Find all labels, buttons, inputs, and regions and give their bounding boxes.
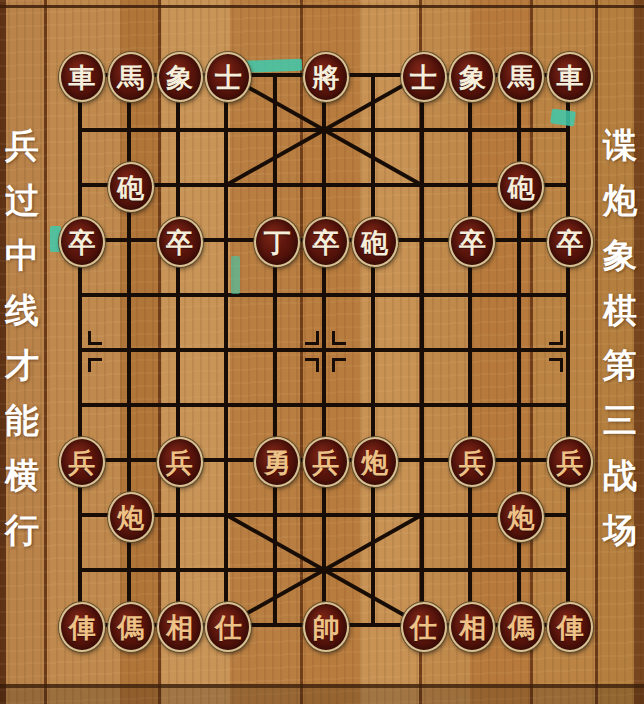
piece-glyph: 兵 [557,449,584,476]
point-marker [305,358,319,372]
point-marker [332,358,346,372]
piece-glyph: 象 [459,64,486,91]
margin-char: 线 [0,283,44,338]
piece-glyph: 卒 [166,229,193,256]
piece-glyph: 傌 [508,614,535,641]
point-marker [332,331,346,345]
margin-char: 三 [598,393,642,448]
piece-glyph: 砲 [117,174,144,201]
piece-red-chariot[interactable]: 俥 [59,602,105,652]
piece-glyph: 兵 [313,449,340,476]
piece-black-cannon[interactable]: 砲 [352,217,398,267]
piece-glyph: 仕 [410,614,437,641]
piece-glyph: 砲 [508,174,535,201]
piece-glyph: 象 [166,64,193,91]
piece-glyph: 馬 [117,64,144,91]
piece-glyph: 炮 [361,449,388,476]
right-margin-text: 谍炮象棋第三战场 [598,118,642,558]
piece-red-yong[interactable]: 勇 [254,437,300,487]
piece-red-soldier[interactable]: 兵 [303,437,349,487]
piece-black-chariot[interactable]: 車 [547,52,593,102]
margin-char: 行 [0,503,44,558]
margin-char: 中 [0,228,44,283]
piece-red-advisor[interactable]: 仕 [401,602,447,652]
left-margin-text: 兵过中线才能横行 [0,118,44,558]
piece-glyph: 俥 [69,614,96,641]
margin-char: 第 [598,338,642,393]
piece-glyph: 砲 [361,229,388,256]
point-marker [88,331,102,345]
piece-glyph: 炮 [508,504,535,531]
damage-patch [550,108,576,126]
xiangqi-variant-board: 兵过中线才能横行 谍炮象棋第三战场 車馬象士將士象馬車砲砲卒卒丁卒砲卒卒兵兵勇兵… [0,0,644,704]
piece-black-general[interactable]: 將 [303,52,349,102]
palace-diagonals [0,0,644,704]
piece-glyph: 士 [410,64,437,91]
margin-char: 炮 [598,173,642,228]
piece-red-soldier[interactable]: 兵 [157,437,203,487]
margin-char: 棋 [598,283,642,338]
damage-patch [231,256,240,294]
piece-red-cannon[interactable]: 炮 [352,437,398,487]
margin-char: 象 [598,228,642,283]
piece-black-horse[interactable]: 馬 [498,52,544,102]
piece-glyph: 車 [557,64,584,91]
piece-glyph: 相 [166,614,193,641]
piece-glyph: 卒 [313,229,340,256]
margin-char: 横 [0,448,44,503]
point-marker [88,358,102,372]
piece-black-ding[interactable]: 丁 [254,217,300,267]
piece-black-soldier[interactable]: 卒 [303,217,349,267]
piece-glyph: 將 [313,64,340,91]
piece-red-horse[interactable]: 傌 [108,602,154,652]
margin-char: 过 [0,173,44,228]
piece-black-soldier[interactable]: 卒 [59,217,105,267]
piece-glyph: 車 [69,64,96,91]
piece-glyph: 兵 [69,449,96,476]
piece-red-general[interactable]: 帥 [303,602,349,652]
piece-glyph: 勇 [264,449,291,476]
piece-red-chariot[interactable]: 俥 [547,602,593,652]
piece-black-chariot[interactable]: 車 [59,52,105,102]
piece-glyph: 丁 [264,229,291,256]
piece-black-soldier[interactable]: 卒 [547,217,593,267]
piece-red-cannon[interactable]: 炮 [498,492,544,542]
piece-glyph: 士 [215,64,242,91]
piece-red-elephant[interactable]: 相 [157,602,203,652]
piece-glyph: 相 [459,614,486,641]
piece-black-cannon[interactable]: 砲 [108,162,154,212]
piece-black-horse[interactable]: 馬 [108,52,154,102]
piece-black-elephant[interactable]: 象 [157,52,203,102]
piece-glyph: 傌 [117,614,144,641]
piece-glyph: 俥 [557,614,584,641]
piece-red-cannon[interactable]: 炮 [108,492,154,542]
piece-glyph: 卒 [557,229,584,256]
piece-red-soldier[interactable]: 兵 [59,437,105,487]
margin-char: 兵 [0,118,44,173]
piece-glyph: 兵 [166,449,193,476]
piece-red-soldier[interactable]: 兵 [547,437,593,487]
margin-char: 才 [0,338,44,393]
point-marker [305,331,319,345]
margin-char: 谍 [598,118,642,173]
piece-black-advisor[interactable]: 士 [401,52,447,102]
piece-glyph: 炮 [117,504,144,531]
piece-glyph: 卒 [459,229,486,256]
margin-char: 能 [0,393,44,448]
piece-glyph: 卒 [69,229,96,256]
piece-glyph: 兵 [459,449,486,476]
point-marker [549,331,563,345]
piece-glyph: 馬 [508,64,535,91]
margin-char: 战 [598,448,642,503]
piece-glyph: 帥 [313,614,340,641]
point-marker [549,358,563,372]
piece-black-soldier[interactable]: 卒 [157,217,203,267]
piece-black-cannon[interactable]: 砲 [498,162,544,212]
piece-glyph: 仕 [215,614,242,641]
piece-red-horse[interactable]: 傌 [498,602,544,652]
margin-char: 场 [598,503,642,558]
